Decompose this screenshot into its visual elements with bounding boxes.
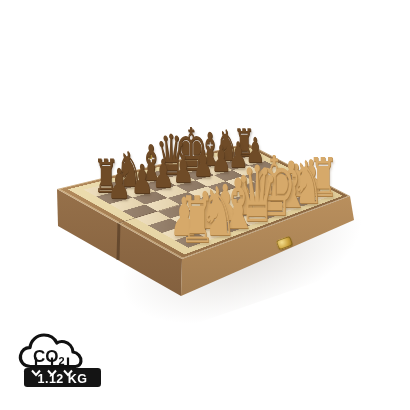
co2-weight: 1.12 KG [37,372,87,386]
product-photo: ♜♞♝♛♚♝♞♜♟♟♟♟♟♟♟♟♟♟♟♟♟♟♟♟♜♞♝♛♚♝♞♜ CO2 1.1… [0,0,410,410]
brass-clasp-far [147,150,154,160]
co2-badge: CO2 1.12 KG [16,330,108,392]
